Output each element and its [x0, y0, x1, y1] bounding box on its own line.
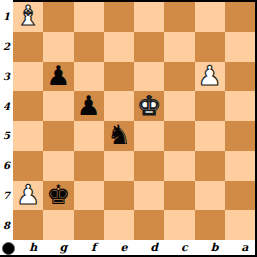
- square-c5[interactable]: [164, 121, 194, 151]
- square-e7[interactable]: [104, 181, 134, 211]
- square-a2[interactable]: [225, 32, 255, 62]
- file-label-b: b: [200, 240, 230, 255]
- square-f2[interactable]: [74, 32, 104, 62]
- file-label-c: c: [169, 240, 199, 255]
- square-h8[interactable]: [13, 210, 43, 240]
- square-h3[interactable]: [13, 62, 43, 92]
- square-g3[interactable]: ♟: [43, 62, 73, 92]
- square-c8[interactable]: [164, 210, 194, 240]
- square-b4[interactable]: [195, 91, 225, 121]
- square-d2[interactable]: [134, 32, 164, 62]
- square-c3[interactable]: [164, 62, 194, 92]
- chess-board[interactable]: ♝♟♟♟♚♞♟♚: [13, 2, 255, 240]
- square-c6[interactable]: [164, 151, 194, 181]
- square-h2[interactable]: [13, 32, 43, 62]
- file-label-e: e: [109, 240, 139, 255]
- square-c7[interactable]: [164, 181, 194, 211]
- square-e5[interactable]: ♞: [104, 121, 134, 151]
- square-a4[interactable]: [225, 91, 255, 121]
- white-bishop[interactable]: ♝: [16, 2, 40, 29]
- square-g7[interactable]: ♚: [43, 181, 73, 211]
- square-c1[interactable]: [164, 2, 194, 32]
- square-d4[interactable]: ♚: [134, 91, 164, 121]
- square-e1[interactable]: [104, 2, 134, 32]
- file-label-a: a: [230, 240, 257, 255]
- square-h7[interactable]: ♟: [13, 181, 43, 211]
- file-label-h: h: [18, 240, 48, 255]
- white-pawn[interactable]: ♟: [16, 181, 40, 208]
- black-pawn[interactable]: ♟: [77, 92, 101, 119]
- square-b8[interactable]: [195, 210, 225, 240]
- square-f4[interactable]: ♟: [74, 91, 104, 121]
- square-f6[interactable]: [74, 151, 104, 181]
- square-b6[interactable]: [195, 151, 225, 181]
- square-g1[interactable]: [43, 2, 73, 32]
- square-f8[interactable]: [74, 210, 104, 240]
- square-b1[interactable]: [195, 2, 225, 32]
- square-f5[interactable]: [74, 121, 104, 151]
- square-g8[interactable]: [43, 210, 73, 240]
- black-king[interactable]: ♚: [46, 181, 70, 208]
- square-e3[interactable]: [104, 62, 134, 92]
- square-e8[interactable]: [104, 210, 134, 240]
- square-d3[interactable]: [134, 62, 164, 92]
- square-g2[interactable]: [43, 32, 73, 62]
- square-g5[interactable]: [43, 121, 73, 151]
- square-e4[interactable]: [104, 91, 134, 121]
- square-h6[interactable]: [13, 151, 43, 181]
- square-c4[interactable]: [164, 91, 194, 121]
- rank-label-4: 4: [0, 91, 13, 121]
- square-h5[interactable]: [13, 121, 43, 151]
- square-a1[interactable]: [225, 2, 255, 32]
- board-border-right: [255, 0, 257, 257]
- square-a7[interactable]: [225, 181, 255, 211]
- square-e6[interactable]: [104, 151, 134, 181]
- rank-label-2: 2: [0, 32, 13, 62]
- square-g4[interactable]: [43, 91, 73, 121]
- square-a6[interactable]: [225, 151, 255, 181]
- square-d8[interactable]: [134, 210, 164, 240]
- rank-label-5: 5: [0, 121, 13, 151]
- rank-label-8: 8: [0, 210, 13, 240]
- square-b7[interactable]: [195, 181, 225, 211]
- square-d6[interactable]: [134, 151, 164, 181]
- white-pawn[interactable]: ♟: [198, 62, 222, 89]
- square-f3[interactable]: [74, 62, 104, 92]
- rank-label-3: 3: [0, 62, 13, 92]
- black-pawn[interactable]: ♟: [46, 62, 70, 89]
- file-label-d: d: [139, 240, 169, 255]
- square-a3[interactable]: [225, 62, 255, 92]
- chess-diagram: 12345678 ♝♟♟♟♚♞♟♚ hgfedcba: [0, 0, 257, 257]
- square-f1[interactable]: [74, 2, 104, 32]
- square-d1[interactable]: [134, 2, 164, 32]
- square-g6[interactable]: [43, 151, 73, 181]
- square-b5[interactable]: [195, 121, 225, 151]
- side-to-move-indicator: [2, 242, 15, 255]
- square-d7[interactable]: [134, 181, 164, 211]
- square-b2[interactable]: [195, 32, 225, 62]
- square-h4[interactable]: [13, 91, 43, 121]
- square-d5[interactable]: [134, 121, 164, 151]
- square-e2[interactable]: [104, 32, 134, 62]
- square-a8[interactable]: [225, 210, 255, 240]
- rank-label-1: 1: [0, 2, 13, 32]
- file-labels: hgfedcba: [13, 240, 255, 255]
- file-label-f: f: [79, 240, 109, 255]
- rank-label-6: 6: [0, 151, 13, 181]
- square-f7[interactable]: [74, 181, 104, 211]
- square-c2[interactable]: [164, 32, 194, 62]
- black-knight[interactable]: ♞: [107, 121, 131, 148]
- rank-label-7: 7: [0, 181, 13, 211]
- square-h1[interactable]: ♝: [13, 2, 43, 32]
- square-a5[interactable]: [225, 121, 255, 151]
- white-king[interactable]: ♚: [137, 92, 161, 119]
- rank-labels: 12345678: [0, 2, 13, 240]
- file-label-g: g: [48, 240, 78, 255]
- square-b3[interactable]: ♟: [195, 62, 225, 92]
